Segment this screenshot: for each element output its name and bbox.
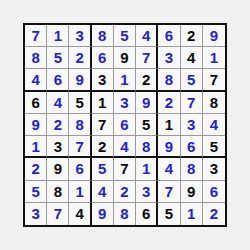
sudoku-cell[interactable]: 4 <box>92 181 114 203</box>
sudoku-cell[interactable]: 6 <box>47 69 69 91</box>
sudoku-cell[interactable]: 1 <box>114 69 136 91</box>
sudoku-cell[interactable]: 4 <box>69 203 91 225</box>
sudoku-cell[interactable]: 4 <box>25 69 47 91</box>
sudoku-cell[interactable]: 7 <box>114 158 136 180</box>
sudoku-cell[interactable]: 9 <box>181 181 203 203</box>
sudoku-cell[interactable]: 5 <box>203 136 225 158</box>
sudoku-cell[interactable]: 8 <box>158 69 180 91</box>
sudoku-cell[interactable]: 9 <box>92 203 114 225</box>
sudoku-cell[interactable]: 2 <box>158 92 180 114</box>
sudoku-cell[interactable]: 1 <box>136 158 158 180</box>
sudoku-cell[interactable]: 6 <box>92 47 114 69</box>
sudoku-cell[interactable]: 5 <box>25 181 47 203</box>
sudoku-cell[interactable]: 9 <box>114 47 136 69</box>
sudoku-cell[interactable]: 1 <box>69 181 91 203</box>
sudoku-cell[interactable]: 4 <box>114 136 136 158</box>
sudoku-cell[interactable]: 9 <box>158 136 180 158</box>
sudoku-cell[interactable]: 8 <box>203 92 225 114</box>
sudoku-cell[interactable]: 1 <box>181 203 203 225</box>
sudoku-cell[interactable]: 2 <box>181 25 203 47</box>
sudoku-cell[interactable]: 1 <box>158 114 180 136</box>
page-background: 7138546298526973414693128576451392789287… <box>0 0 250 250</box>
sudoku-cell[interactable]: 3 <box>158 47 180 69</box>
sudoku-cell[interactable]: 5 <box>69 92 91 114</box>
sudoku-cell[interactable]: 6 <box>181 136 203 158</box>
sudoku-cell[interactable]: 1 <box>203 47 225 69</box>
sudoku-cell[interactable]: 5 <box>158 203 180 225</box>
sudoku-cell[interactable]: 7 <box>92 114 114 136</box>
sudoku-cell[interactable]: 3 <box>92 69 114 91</box>
sudoku-cell[interactable]: 2 <box>47 114 69 136</box>
sudoku-cell[interactable]: 1 <box>92 92 114 114</box>
sudoku-cell[interactable]: 2 <box>25 158 47 180</box>
sudoku-cell[interactable]: 5 <box>92 158 114 180</box>
sudoku-cell[interactable]: 6 <box>203 181 225 203</box>
sudoku-cell[interactable]: 4 <box>136 25 158 47</box>
sudoku-cell[interactable]: 8 <box>25 47 47 69</box>
sudoku-cell[interactable]: 8 <box>181 158 203 180</box>
sudoku-cell[interactable]: 9 <box>203 25 225 47</box>
sudoku-cell[interactable]: 4 <box>181 47 203 69</box>
sudoku-cell[interactable]: 8 <box>47 181 69 203</box>
sudoku-cell[interactable]: 2 <box>92 136 114 158</box>
sudoku-cell[interactable]: 8 <box>92 25 114 47</box>
sudoku-cell[interactable]: 3 <box>114 92 136 114</box>
sudoku-board: 7138546298526973414693128576451392789287… <box>23 23 227 227</box>
sudoku-cell[interactable]: 7 <box>69 136 91 158</box>
sudoku-cell[interactable]: 7 <box>25 25 47 47</box>
sudoku-cell[interactable]: 2 <box>136 69 158 91</box>
sudoku-cell[interactable]: 9 <box>47 158 69 180</box>
sudoku-cell[interactable]: 6 <box>136 203 158 225</box>
sudoku-cell[interactable]: 5 <box>114 25 136 47</box>
sudoku-cell[interactable]: 7 <box>203 69 225 91</box>
sudoku-cell[interactable]: 1 <box>25 136 47 158</box>
sudoku-cell[interactable]: 6 <box>158 25 180 47</box>
sudoku-cell[interactable]: 6 <box>114 114 136 136</box>
sudoku-cell[interactable]: 4 <box>47 92 69 114</box>
sudoku-cell[interactable]: 2 <box>114 181 136 203</box>
sudoku-cell[interactable]: 7 <box>158 181 180 203</box>
sudoku-cell[interactable]: 5 <box>47 47 69 69</box>
sudoku-cell[interactable]: 2 <box>69 47 91 69</box>
sudoku-cell[interactable]: 3 <box>136 181 158 203</box>
sudoku-cell[interactable]: 6 <box>25 92 47 114</box>
sudoku-cell[interactable]: 7 <box>47 203 69 225</box>
sudoku-cell[interactable]: 8 <box>136 136 158 158</box>
sudoku-cell[interactable]: 9 <box>136 92 158 114</box>
sudoku-cell[interactable]: 7 <box>181 92 203 114</box>
sudoku-cell[interactable]: 4 <box>158 158 180 180</box>
sudoku-cell[interactable]: 4 <box>203 114 225 136</box>
sudoku-cell[interactable]: 8 <box>114 203 136 225</box>
sudoku-cell[interactable]: 6 <box>69 158 91 180</box>
sudoku-cell[interactable]: 5 <box>181 69 203 91</box>
sudoku-cell[interactable]: 3 <box>25 203 47 225</box>
sudoku-cell[interactable]: 3 <box>203 158 225 180</box>
sudoku-cell[interactable]: 3 <box>47 136 69 158</box>
sudoku-cell[interactable]: 7 <box>136 47 158 69</box>
sudoku-cell[interactable]: 9 <box>69 69 91 91</box>
sudoku-cell[interactable]: 5 <box>136 114 158 136</box>
sudoku-cell[interactable]: 9 <box>25 114 47 136</box>
sudoku-cell[interactable]: 3 <box>69 25 91 47</box>
sudoku-cell[interactable]: 8 <box>69 114 91 136</box>
sudoku-cell[interactable]: 3 <box>181 114 203 136</box>
sudoku-cell[interactable]: 2 <box>203 203 225 225</box>
sudoku-cell[interactable]: 1 <box>47 25 69 47</box>
